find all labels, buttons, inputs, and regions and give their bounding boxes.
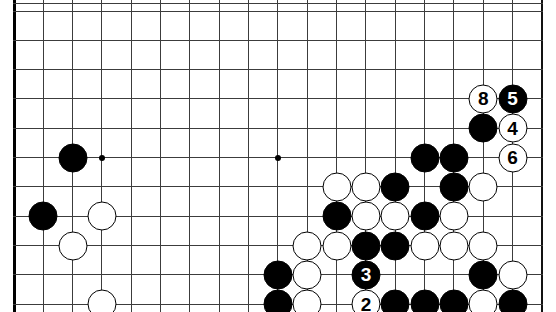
move-number-label: 5 <box>507 89 518 108</box>
move-number-label: 3 <box>361 265 372 284</box>
white-stone <box>469 290 498 312</box>
white-stone <box>322 231 351 260</box>
go-board-diagram: 854632 <box>0 0 556 312</box>
move-3-stone: 3 <box>351 260 380 289</box>
white-stone <box>381 202 410 231</box>
white-stone <box>322 172 351 201</box>
white-stone <box>58 231 87 260</box>
board-right-edge <box>541 0 543 312</box>
grid-hline <box>13 69 543 70</box>
move-5-stone: 5 <box>498 84 527 113</box>
black-stone <box>469 260 498 289</box>
move-number-label: 2 <box>361 294 372 312</box>
white-stone <box>410 231 439 260</box>
move-6-stone: 6 <box>498 143 527 172</box>
move-number-label: 8 <box>478 89 489 108</box>
cropped-top-line <box>13 3 543 4</box>
black-stone <box>381 290 410 312</box>
black-stone <box>410 290 439 312</box>
white-stone <box>498 260 527 289</box>
grid-vline <box>43 0 44 312</box>
white-stone <box>439 202 468 231</box>
star-point <box>99 155 105 161</box>
white-stone <box>293 290 322 312</box>
grid-hline <box>13 40 543 41</box>
grid-vline <box>219 0 220 312</box>
grid-vline <box>189 0 190 312</box>
white-stone <box>351 202 380 231</box>
grid-vline <box>336 0 337 312</box>
white-stone <box>469 231 498 260</box>
white-stone <box>87 202 116 231</box>
move-4-stone: 4 <box>498 114 527 143</box>
black-stone <box>29 202 58 231</box>
grid-hline <box>13 128 543 129</box>
black-stone <box>469 114 498 143</box>
board-left-edge <box>13 0 16 312</box>
black-stone <box>322 202 351 231</box>
black-stone <box>410 143 439 172</box>
black-stone <box>263 290 292 312</box>
star-point <box>275 155 281 161</box>
move-number-label: 6 <box>507 148 518 167</box>
move-8-stone: 8 <box>469 84 498 113</box>
grid-vline <box>248 0 249 312</box>
white-stone <box>87 290 116 312</box>
move-number-label: 4 <box>507 118 518 137</box>
black-stone <box>410 202 439 231</box>
black-stone <box>439 290 468 312</box>
white-stone <box>469 172 498 201</box>
move-2-stone: 2 <box>351 290 380 312</box>
white-stone <box>293 260 322 289</box>
grid-hline <box>13 11 543 12</box>
black-stone <box>351 231 380 260</box>
grid-vline <box>160 0 161 312</box>
black-stone <box>381 231 410 260</box>
black-stone <box>381 172 410 201</box>
grid-vline <box>131 0 132 312</box>
black-stone <box>498 290 527 312</box>
white-stone <box>351 172 380 201</box>
black-stone <box>263 260 292 289</box>
black-stone <box>439 143 468 172</box>
white-stone <box>293 231 322 260</box>
grid-vline <box>395 0 396 312</box>
white-stone <box>439 231 468 260</box>
black-stone <box>58 143 87 172</box>
grid-hline <box>13 98 543 99</box>
black-stone <box>439 172 468 201</box>
